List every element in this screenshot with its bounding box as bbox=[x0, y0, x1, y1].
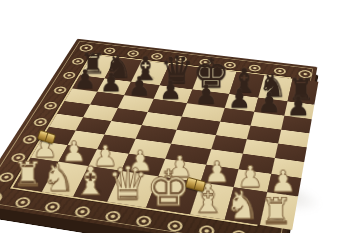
medallion-icon bbox=[73, 205, 92, 217]
black-pawn: ♟ bbox=[228, 86, 252, 111]
black-pawn: ♟ bbox=[286, 93, 310, 118]
black-pawn: ♟ bbox=[74, 67, 97, 91]
chess-set-photo[interactable]: ♜♞♝♛♚♝♞♜♟♟♟♟♟♟♟♟♟♟♟♟♟♟♟♟♜♞♝♛♚♝♞♜ bbox=[0, 0, 350, 233]
square-h7: ♟ bbox=[284, 101, 314, 119]
medallion-icon bbox=[103, 210, 122, 223]
square-g7: ♟ bbox=[255, 98, 288, 116]
black-pawn: ♟ bbox=[128, 74, 151, 98]
medallion-icon bbox=[43, 200, 62, 212]
medallion-icon bbox=[13, 196, 32, 208]
black-pawn: ♟ bbox=[195, 82, 218, 107]
black-pawn: ♟ bbox=[258, 90, 282, 115]
medallion-icon bbox=[134, 214, 152, 227]
square-c6 bbox=[118, 95, 153, 111]
white-bishop: ♝ bbox=[74, 163, 109, 200]
white-king: ♚ bbox=[147, 165, 192, 212]
medallion-icon bbox=[0, 191, 5, 205]
medallion-icon bbox=[32, 117, 49, 126]
medallion-icon bbox=[229, 229, 247, 233]
square-h1: ♜ bbox=[260, 192, 298, 230]
black-pawn: ♟ bbox=[100, 70, 123, 94]
white-rook: ♜ bbox=[13, 158, 44, 190]
square-e5 bbox=[177, 116, 220, 135]
medallion-icon bbox=[165, 219, 183, 232]
medallion-icon bbox=[197, 224, 215, 233]
white-queen: ♛ bbox=[107, 162, 148, 206]
medallion-icon bbox=[52, 86, 68, 95]
white-knight: ♞ bbox=[225, 186, 260, 223]
medallion-icon bbox=[42, 101, 58, 110]
black-pawn: ♟ bbox=[159, 78, 182, 103]
white-knight: ♞ bbox=[42, 160, 76, 196]
scene: ♜♞♝♛♚♝♞♜♟♟♟♟♟♟♟♟♟♟♟♟♟♟♟♟♜♞♝♛♚♝♞♜ bbox=[0, 0, 350, 233]
white-rook: ♜ bbox=[260, 194, 292, 228]
